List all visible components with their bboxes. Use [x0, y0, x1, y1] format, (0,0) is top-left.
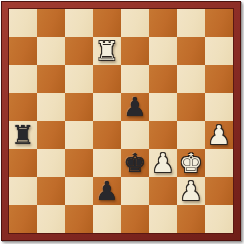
square-d2[interactable]: ♟	[93, 177, 121, 205]
square-f8[interactable]	[149, 9, 177, 37]
square-d4[interactable]	[93, 121, 121, 149]
square-c4[interactable]	[65, 121, 93, 149]
square-h7[interactable]	[205, 37, 233, 65]
square-c7[interactable]	[65, 37, 93, 65]
square-c2[interactable]	[65, 177, 93, 205]
square-a2[interactable]	[9, 177, 37, 205]
white-pawn-f3[interactable]: ♟	[151, 149, 174, 177]
chess-diagram-image: ♜♟♜♟♚♟♚♟♟	[0, 0, 244, 244]
square-a3[interactable]	[9, 149, 37, 177]
square-d3[interactable]	[93, 149, 121, 177]
square-b6[interactable]	[37, 65, 65, 93]
square-b5[interactable]	[37, 93, 65, 121]
square-d7[interactable]: ♜	[93, 37, 121, 65]
square-h4[interactable]: ♟	[205, 121, 233, 149]
square-b8[interactable]	[37, 9, 65, 37]
square-g4[interactable]	[177, 121, 205, 149]
square-e2[interactable]	[121, 177, 149, 205]
square-c1[interactable]	[65, 205, 93, 233]
square-g2[interactable]: ♟	[177, 177, 205, 205]
square-f4[interactable]	[149, 121, 177, 149]
square-e3[interactable]: ♚	[121, 149, 149, 177]
square-h8[interactable]	[205, 9, 233, 37]
square-b2[interactable]	[37, 177, 65, 205]
square-a5[interactable]	[9, 93, 37, 121]
square-e5[interactable]: ♟	[121, 93, 149, 121]
white-rook-d7[interactable]: ♜	[95, 37, 118, 65]
square-g8[interactable]	[177, 9, 205, 37]
square-e8[interactable]	[121, 9, 149, 37]
square-g5[interactable]	[177, 93, 205, 121]
square-g7[interactable]	[177, 37, 205, 65]
square-h2[interactable]	[205, 177, 233, 205]
square-c5[interactable]	[65, 93, 93, 121]
square-a1[interactable]	[9, 205, 37, 233]
square-c6[interactable]	[65, 65, 93, 93]
square-a7[interactable]	[9, 37, 37, 65]
square-b3[interactable]	[37, 149, 65, 177]
square-e4[interactable]	[121, 121, 149, 149]
square-f6[interactable]	[149, 65, 177, 93]
square-a6[interactable]	[9, 65, 37, 93]
square-b1[interactable]	[37, 205, 65, 233]
square-e6[interactable]	[121, 65, 149, 93]
square-h5[interactable]	[205, 93, 233, 121]
square-h6[interactable]	[205, 65, 233, 93]
square-h3[interactable]	[205, 149, 233, 177]
square-d6[interactable]	[93, 65, 121, 93]
square-f2[interactable]	[149, 177, 177, 205]
square-f1[interactable]	[149, 205, 177, 233]
square-g1[interactable]	[177, 205, 205, 233]
square-d1[interactable]	[93, 205, 121, 233]
square-a8[interactable]	[9, 9, 37, 37]
square-g6[interactable]	[177, 65, 205, 93]
square-f7[interactable]	[149, 37, 177, 65]
square-b7[interactable]	[37, 37, 65, 65]
white-pawn-g2[interactable]: ♟	[179, 177, 202, 205]
square-a4[interactable]: ♜	[9, 121, 37, 149]
square-d8[interactable]	[93, 9, 121, 37]
square-b4[interactable]	[37, 121, 65, 149]
black-pawn-e5[interactable]: ♟	[123, 93, 146, 121]
black-king-e3[interactable]: ♚	[123, 149, 146, 177]
white-pawn-h4[interactable]: ♟	[207, 121, 230, 149]
square-h1[interactable]	[205, 205, 233, 233]
square-f5[interactable]	[149, 93, 177, 121]
square-f3[interactable]: ♟	[149, 149, 177, 177]
square-c3[interactable]	[65, 149, 93, 177]
white-king-g3[interactable]: ♚	[179, 149, 202, 177]
chess-board: ♜♟♜♟♚♟♚♟♟	[9, 9, 233, 233]
black-pawn-d2[interactable]: ♟	[95, 177, 118, 205]
square-e7[interactable]	[121, 37, 149, 65]
square-c8[interactable]	[65, 9, 93, 37]
square-e1[interactable]	[121, 205, 149, 233]
board-frame: ♜♟♜♟♚♟♚♟♟	[1, 1, 241, 241]
square-g3[interactable]: ♚	[177, 149, 205, 177]
black-rook-a4[interactable]: ♜	[11, 121, 34, 149]
square-d5[interactable]	[93, 93, 121, 121]
